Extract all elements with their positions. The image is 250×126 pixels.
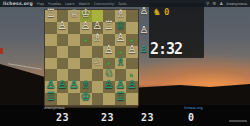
move-hint-dot bbox=[84, 39, 87, 42]
green-p-piece[interactable]: ♙ bbox=[103, 79, 115, 91]
white-k-piece[interactable]: ♔ bbox=[80, 8, 92, 20]
green-r-piece[interactable]: ♖ bbox=[115, 91, 127, 103]
square-e8[interactable] bbox=[92, 10, 104, 22]
square-d4[interactable] bbox=[80, 58, 92, 70]
square-e6[interactable]: ♗ bbox=[92, 34, 104, 46]
white-p-piece[interactable]: ♙ bbox=[57, 20, 69, 32]
square-c8[interactable]: ♕ bbox=[68, 10, 80, 22]
green-p-piece[interactable]: ♙ bbox=[115, 79, 127, 91]
square-h3[interactable] bbox=[126, 69, 138, 81]
square-e7[interactable]: ♙ bbox=[92, 22, 104, 34]
square-f4[interactable] bbox=[103, 58, 115, 70]
green-b-piece[interactable]: ♗ bbox=[80, 79, 92, 91]
green-p-piece[interactable]: ♙ bbox=[45, 79, 57, 91]
white-p-piece[interactable]: ♙ bbox=[115, 32, 127, 44]
desktop-screen: lichess.org Play Puzzles Learn Watch Com… bbox=[0, 0, 250, 126]
square-c6[interactable] bbox=[68, 34, 80, 46]
site-brand[interactable]: lichess.org bbox=[3, 1, 33, 6]
green-k-piece[interactable]: ♔ bbox=[80, 91, 92, 103]
green-b-piece[interactable]: ♗ bbox=[115, 56, 127, 68]
square-b2[interactable]: ♙ bbox=[57, 81, 69, 93]
square-a1[interactable]: ♖ bbox=[45, 93, 57, 105]
username-label[interactable]: Anonymous bbox=[226, 2, 247, 6]
square-b3[interactable] bbox=[57, 69, 69, 81]
chess-board-area: ♖♕♔♗♙♙♙♖♕♗♙♙♙♘♗♘♙♙♙♗♙♙♙♖♔♖ bbox=[45, 10, 138, 105]
bottom-black-strip bbox=[0, 105, 250, 126]
square-f2[interactable]: ♙ bbox=[103, 81, 115, 93]
square-g7[interactable]: ♕ bbox=[115, 22, 127, 34]
bottom-digit-2: 23 bbox=[101, 112, 114, 123]
nav-item-watch[interactable]: Watch bbox=[79, 2, 90, 6]
square-b6[interactable] bbox=[57, 34, 69, 46]
square-b1[interactable] bbox=[57, 93, 69, 105]
white-p-piece[interactable]: ♙ bbox=[80, 20, 92, 32]
white-r-piece[interactable]: ♖ bbox=[103, 20, 115, 32]
red-accent-mark bbox=[0, 48, 3, 54]
white-b-piece[interactable]: ♗ bbox=[92, 32, 104, 44]
square-a3[interactable] bbox=[45, 69, 57, 81]
square-a6[interactable] bbox=[45, 34, 57, 46]
square-d8[interactable]: ♔ bbox=[80, 10, 92, 22]
square-b5[interactable] bbox=[57, 46, 69, 58]
nav-item-play[interactable]: Play bbox=[37, 2, 44, 6]
green-r-piece[interactable]: ♖ bbox=[45, 91, 57, 103]
white-p-piece[interactable]: ♙ bbox=[92, 20, 104, 32]
chess-board[interactable]: ♖♕♔♗♙♙♙♖♕♗♙♙♙♘♗♘♙♙♙♗♙♙♙♖♔♖ bbox=[45, 10, 138, 105]
square-b8[interactable] bbox=[57, 10, 69, 22]
square-c2[interactable]: ♙ bbox=[68, 81, 80, 93]
nav-item-tools[interactable]: Tools bbox=[118, 2, 127, 6]
green-p-piece[interactable]: ♙ bbox=[68, 79, 80, 91]
user-icon[interactable]: ♟ bbox=[219, 0, 223, 7]
square-f3[interactable]: ♘ bbox=[103, 69, 115, 81]
square-a7[interactable] bbox=[45, 22, 57, 34]
green-p-piece[interactable]: ♙ bbox=[126, 79, 138, 91]
gear-icon[interactable]: ⚙ bbox=[212, 0, 216, 7]
square-c7[interactable] bbox=[68, 22, 80, 34]
square-g2[interactable]: ♙ bbox=[115, 81, 127, 93]
game-info-panel: ♞ 0 2:32 bbox=[149, 3, 204, 58]
square-b4[interactable] bbox=[57, 58, 69, 70]
bottom-digit-1: 23 bbox=[56, 112, 69, 123]
bottom-digit-3: 23 bbox=[141, 112, 154, 123]
square-e5[interactable] bbox=[92, 46, 104, 58]
square-a2[interactable]: ♙ bbox=[45, 81, 57, 93]
square-d1[interactable]: ♔ bbox=[80, 93, 92, 105]
square-c3[interactable] bbox=[68, 69, 80, 81]
square-c5[interactable] bbox=[68, 46, 80, 58]
square-h2[interactable]: ♙ bbox=[126, 81, 138, 93]
green-q-piece[interactable]: ♕ bbox=[115, 20, 127, 32]
square-d5[interactable] bbox=[80, 46, 92, 58]
green-n-piece[interactable]: ♘ bbox=[103, 67, 115, 79]
player-name-label: Anonymous bbox=[44, 106, 65, 110]
blue-link[interactable]: lichess.org bbox=[184, 106, 203, 110]
nav-item-community[interactable]: Community bbox=[94, 2, 114, 6]
square-d2[interactable]: ♗ bbox=[80, 81, 92, 93]
square-g4[interactable]: ♗ bbox=[115, 58, 127, 70]
square-h6[interactable] bbox=[126, 34, 138, 46]
square-f6[interactable] bbox=[103, 34, 115, 46]
fine-print-text bbox=[229, 120, 247, 122]
white-b-piece[interactable]: ♗ bbox=[115, 8, 127, 20]
move-hint-dot bbox=[130, 39, 133, 42]
topbar-right-cluster: ⚲ ⚙ ♟ Anonymous bbox=[203, 0, 247, 7]
square-h5[interactable]: ♙ bbox=[126, 46, 138, 58]
square-g1[interactable]: ♖ bbox=[115, 93, 127, 105]
top-nav-bar: lichess.org Play Puzzles Learn Watch Com… bbox=[0, 0, 250, 7]
square-e1[interactable] bbox=[92, 93, 104, 105]
square-e3[interactable] bbox=[92, 69, 104, 81]
opponent-row: ♞ 0 bbox=[153, 7, 170, 17]
square-g8[interactable]: ♗ bbox=[115, 10, 127, 22]
square-e4[interactable]: ♘ bbox=[92, 58, 104, 70]
square-d7[interactable]: ♙ bbox=[80, 22, 92, 34]
move-hint-dot bbox=[130, 74, 133, 77]
square-g3[interactable] bbox=[115, 69, 127, 81]
square-a4[interactable] bbox=[45, 58, 57, 70]
square-f5[interactable]: ♙ bbox=[103, 46, 115, 58]
white-q-piece[interactable]: ♕ bbox=[68, 8, 80, 20]
square-d3[interactable] bbox=[80, 69, 92, 81]
square-a5[interactable] bbox=[45, 46, 57, 58]
white-r-piece[interactable]: ♖ bbox=[45, 8, 57, 20]
search-icon[interactable]: ⚲ bbox=[206, 0, 209, 7]
green-p-piece[interactable]: ♙ bbox=[57, 79, 69, 91]
nav-item-puzzles[interactable]: Puzzles bbox=[48, 2, 61, 6]
square-g6[interactable]: ♙ bbox=[115, 34, 127, 46]
move-hint-dot bbox=[119, 51, 122, 54]
square-c1[interactable] bbox=[68, 93, 80, 105]
square-e2[interactable] bbox=[92, 81, 104, 93]
square-a8[interactable]: ♖ bbox=[45, 10, 57, 22]
square-c4[interactable] bbox=[68, 58, 80, 70]
nav-item-learn[interactable]: Learn bbox=[65, 2, 75, 6]
square-h4[interactable] bbox=[126, 58, 138, 70]
square-h8[interactable] bbox=[126, 10, 138, 22]
opponent-value: 0 bbox=[164, 7, 169, 17]
square-h1[interactable] bbox=[126, 93, 138, 105]
bottom-digit-4: 0 bbox=[188, 112, 195, 123]
square-b7[interactable]: ♙ bbox=[57, 22, 69, 34]
white-p-piece[interactable]: ♙ bbox=[103, 44, 115, 56]
gold-knight-icon: ♞ bbox=[153, 7, 161, 17]
square-g5[interactable] bbox=[115, 46, 127, 58]
square-f1[interactable] bbox=[103, 93, 115, 105]
square-f7[interactable]: ♖ bbox=[103, 22, 115, 34]
square-f8[interactable] bbox=[103, 10, 115, 22]
game-clock: 2:32 bbox=[150, 40, 182, 58]
move-hint-dot bbox=[107, 62, 110, 65]
square-d6[interactable] bbox=[80, 34, 92, 46]
white-n-piece[interactable]: ♘ bbox=[92, 56, 104, 68]
white-p-piece[interactable]: ♙ bbox=[126, 44, 138, 56]
square-h7[interactable] bbox=[126, 22, 138, 34]
